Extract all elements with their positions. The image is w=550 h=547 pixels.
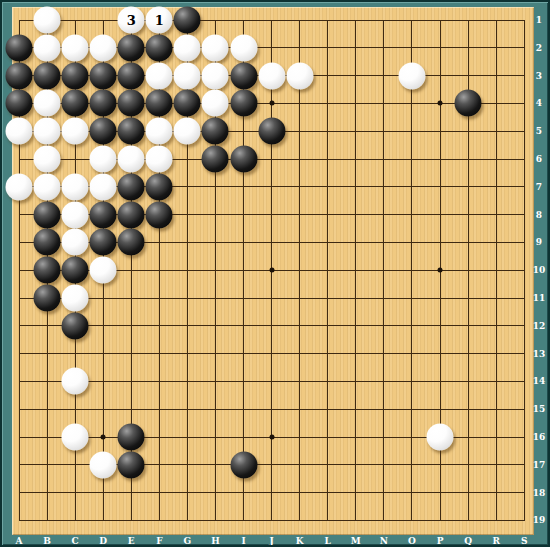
black-stone[interactable] [146, 90, 173, 117]
star-point [438, 268, 443, 273]
column-label: M [346, 536, 366, 546]
black-stone[interactable] [146, 173, 173, 200]
white-stone[interactable] [202, 62, 229, 89]
grid-line-horizontal [19, 381, 525, 382]
black-stone[interactable] [90, 90, 117, 117]
row-label: 2 [530, 43, 548, 53]
column-label: N [374, 536, 394, 546]
white-stone[interactable] [398, 62, 425, 89]
white-stone[interactable] [6, 118, 33, 145]
go-app-window: 31 ABCDEFGHIJKLMNOPQRS 12345678910111213… [0, 0, 550, 547]
row-label: 3 [530, 71, 548, 81]
white-stone[interactable] [258, 62, 285, 89]
white-stone[interactable] [174, 118, 201, 145]
star-point [269, 268, 274, 273]
black-stone[interactable] [118, 424, 145, 451]
row-label: 6 [530, 154, 548, 164]
black-stone[interactable] [202, 146, 229, 173]
black-stone[interactable] [118, 451, 145, 478]
row-label: 4 [530, 98, 548, 108]
star-point [438, 101, 443, 106]
white-stone[interactable] [202, 90, 229, 117]
black-stone[interactable] [62, 62, 89, 89]
grid-line-vertical [383, 20, 384, 521]
row-label: 13 [530, 349, 548, 359]
white-stone[interactable] [34, 146, 61, 173]
grid-line-horizontal [19, 409, 525, 410]
column-label: J [262, 536, 282, 546]
black-stone[interactable] [90, 229, 117, 256]
black-stone[interactable] [6, 62, 33, 89]
white-stone[interactable] [146, 146, 173, 173]
column-label: I [234, 536, 254, 546]
black-stone[interactable] [230, 451, 257, 478]
white-stone[interactable] [62, 424, 89, 451]
column-label: A [9, 536, 29, 546]
black-stone[interactable] [90, 201, 117, 228]
black-stone[interactable] [6, 90, 33, 117]
grid-line-vertical [299, 20, 300, 521]
white-stone[interactable] [62, 285, 89, 312]
white-stone[interactable] [118, 146, 145, 173]
black-stone[interactable] [146, 34, 173, 61]
white-stone[interactable] [174, 34, 201, 61]
white-stone[interactable] [34, 34, 61, 61]
white-stone[interactable] [34, 90, 61, 117]
white-stone[interactable] [230, 34, 257, 61]
white-stone[interactable]: 1 [146, 7, 173, 34]
black-stone[interactable] [118, 90, 145, 117]
black-stone[interactable] [118, 118, 145, 145]
black-stone[interactable] [118, 62, 145, 89]
move-number-label: 3 [127, 14, 136, 27]
black-stone[interactable] [6, 34, 33, 61]
star-point [101, 435, 106, 440]
black-stone[interactable] [90, 118, 117, 145]
black-stone[interactable] [118, 201, 145, 228]
white-stone[interactable] [90, 173, 117, 200]
row-label: 16 [530, 432, 548, 442]
column-label: H [205, 536, 225, 546]
grid-line-vertical [411, 20, 412, 521]
white-stone[interactable] [90, 34, 117, 61]
row-label: 12 [530, 321, 548, 331]
row-label-strip: 12345678910111213141516171819 [530, 2, 548, 535]
white-stone[interactable] [286, 62, 313, 89]
column-label: G [177, 536, 197, 546]
column-label: O [402, 536, 422, 546]
black-stone[interactable] [34, 62, 61, 89]
column-label: K [290, 536, 310, 546]
column-label: B [37, 536, 57, 546]
black-stone[interactable] [230, 146, 257, 173]
column-label: C [65, 536, 85, 546]
black-stone[interactable] [34, 285, 61, 312]
white-stone[interactable] [427, 424, 454, 451]
column-label: E [121, 536, 141, 546]
white-stone[interactable] [146, 62, 173, 89]
column-label: L [318, 536, 338, 546]
white-stone[interactable] [34, 173, 61, 200]
column-label: P [430, 536, 450, 546]
row-label: 14 [530, 376, 548, 386]
black-stone[interactable] [90, 62, 117, 89]
column-label: S [514, 536, 534, 546]
row-label: 7 [530, 182, 548, 192]
white-stone[interactable] [146, 118, 173, 145]
black-stone[interactable] [118, 173, 145, 200]
white-stone[interactable] [62, 201, 89, 228]
white-stone[interactable] [34, 118, 61, 145]
black-stone[interactable] [62, 312, 89, 339]
black-stone[interactable] [174, 7, 201, 34]
white-stone[interactable] [174, 62, 201, 89]
black-stone[interactable] [258, 118, 285, 145]
row-label: 9 [530, 237, 548, 247]
white-stone[interactable] [90, 146, 117, 173]
row-label: 18 [530, 488, 548, 498]
column-label: R [486, 536, 506, 546]
white-stone[interactable] [62, 173, 89, 200]
white-stone[interactable] [90, 257, 117, 284]
black-stone[interactable] [118, 229, 145, 256]
column-label: D [93, 536, 113, 546]
move-number-label: 1 [155, 14, 164, 27]
row-label: 8 [530, 210, 548, 220]
row-label: 15 [530, 404, 548, 414]
grid-line-vertical [496, 20, 497, 521]
black-stone[interactable] [62, 257, 89, 284]
grid-line-vertical [327, 20, 328, 521]
star-point [269, 101, 274, 106]
row-label: 10 [530, 265, 548, 275]
white-stone[interactable] [62, 118, 89, 145]
go-board[interactable]: 31 [12, 7, 534, 535]
row-label: 5 [530, 126, 548, 136]
row-label: 19 [530, 515, 548, 525]
black-stone[interactable] [230, 62, 257, 89]
grid-line-horizontal [19, 492, 525, 493]
column-label: F [149, 536, 169, 546]
black-stone[interactable] [118, 34, 145, 61]
grid-line-horizontal [19, 520, 525, 521]
white-stone[interactable] [6, 173, 33, 200]
row-label: 1 [530, 15, 548, 25]
column-label-strip: ABCDEFGHIJKLMNOPQRS [2, 535, 550, 547]
row-label: 11 [530, 293, 548, 303]
grid-line-vertical [524, 20, 525, 521]
black-stone[interactable] [34, 257, 61, 284]
grid-line-horizontal [19, 353, 525, 354]
white-stone[interactable] [62, 34, 89, 61]
black-stone[interactable] [62, 90, 89, 117]
grid-line-horizontal [19, 298, 525, 299]
grid-line-vertical [355, 20, 356, 521]
white-stone[interactable] [34, 7, 61, 34]
black-stone[interactable] [174, 90, 201, 117]
black-stone[interactable] [202, 118, 229, 145]
row-label: 17 [530, 460, 548, 470]
white-stone[interactable] [62, 368, 89, 395]
column-label: Q [458, 536, 478, 546]
black-stone[interactable] [34, 201, 61, 228]
star-point [269, 435, 274, 440]
black-stone[interactable] [230, 90, 257, 117]
grid-line-horizontal [19, 325, 525, 326]
white-stone[interactable] [62, 229, 89, 256]
black-stone[interactable] [146, 201, 173, 228]
black-stone[interactable] [455, 90, 482, 117]
white-stone[interactable] [202, 34, 229, 61]
black-stone[interactable] [34, 229, 61, 256]
white-stone[interactable] [90, 451, 117, 478]
white-stone[interactable]: 3 [118, 7, 145, 34]
